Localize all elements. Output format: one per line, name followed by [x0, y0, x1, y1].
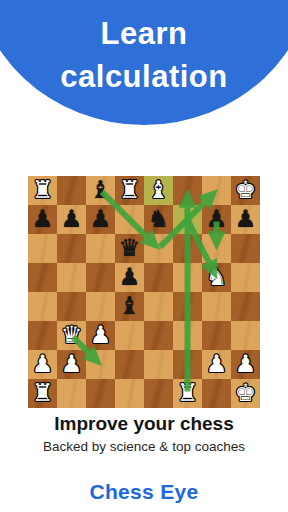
square-h7: ♟ [231, 205, 260, 234]
square-b4 [57, 292, 86, 321]
square-c4 [86, 292, 115, 321]
square-g3 [202, 321, 231, 350]
piece-bP-g7: ♟ [202, 205, 231, 234]
square-f3 [173, 321, 202, 350]
square-h2: ♟ [231, 350, 260, 379]
square-f1: ♜ [173, 379, 202, 408]
square-a7: ♟ [28, 205, 57, 234]
piece-wR-a1: ♜ [28, 379, 57, 408]
square-d1 [115, 379, 144, 408]
piece-wR-d8: ♜ [115, 176, 144, 205]
piece-bP-h7: ♟ [231, 205, 260, 234]
square-c1 [86, 379, 115, 408]
square-d3 [115, 321, 144, 350]
square-b8 [57, 176, 86, 205]
square-a6 [28, 234, 57, 263]
square-a3 [28, 321, 57, 350]
square-d5: ♟ [115, 263, 144, 292]
square-e4 [144, 292, 173, 321]
square-e5 [144, 263, 173, 292]
tagline-title: Improve your chess [0, 413, 288, 435]
square-g8 [202, 176, 231, 205]
square-h5 [231, 263, 260, 292]
square-a8: ♜ [28, 176, 57, 205]
square-a2: ♟ [28, 350, 57, 379]
square-a4 [28, 292, 57, 321]
square-e6 [144, 234, 173, 263]
square-f5 [173, 263, 202, 292]
square-b3: ♛ [57, 321, 86, 350]
square-e8: ♝ [144, 176, 173, 205]
hero-heading-line2: calculation [0, 55, 288, 98]
square-c3: ♟ [86, 321, 115, 350]
square-e1 [144, 379, 173, 408]
piece-bN-e7: ♞ [144, 205, 173, 234]
piece-wQ-b3: ♛ [57, 321, 86, 350]
square-c8: ♝ [86, 176, 115, 205]
square-c6 [86, 234, 115, 263]
piece-bP-b7: ♟ [57, 205, 86, 234]
square-f6 [173, 234, 202, 263]
piece-bP-c7: ♟ [86, 205, 115, 234]
piece-wN-g5: ♞ [202, 263, 231, 292]
chess-board: ♜♝♜♝♚♟♟♟♞♟♟♛♟♞♝♛♟♟♟♟♟♜♜♚ [28, 176, 260, 408]
square-d2 [115, 350, 144, 379]
square-b6 [57, 234, 86, 263]
piece-wP-b2: ♟ [57, 350, 86, 379]
square-e2 [144, 350, 173, 379]
square-f2 [173, 350, 202, 379]
piece-wK-h8: ♚ [231, 176, 260, 205]
brand-name: Chess Eye [0, 480, 288, 504]
square-h8: ♚ [231, 176, 260, 205]
square-h4 [231, 292, 260, 321]
square-d4: ♝ [115, 292, 144, 321]
square-a1: ♜ [28, 379, 57, 408]
square-h1: ♚ [231, 379, 260, 408]
square-h6 [231, 234, 260, 263]
piece-bP-a7: ♟ [28, 205, 57, 234]
piece-bP-d5: ♟ [115, 263, 144, 292]
square-d7 [115, 205, 144, 234]
square-g5: ♞ [202, 263, 231, 292]
tagline-subtitle: Backed by science & top coaches [0, 439, 288, 454]
square-g2: ♟ [202, 350, 231, 379]
square-h3 [231, 321, 260, 350]
square-a5 [28, 263, 57, 292]
piece-wK-h1: ♚ [231, 379, 260, 408]
square-b1 [57, 379, 86, 408]
square-f7 [173, 205, 202, 234]
square-e3 [144, 321, 173, 350]
piece-bB-d4: ♝ [115, 292, 144, 321]
piece-bB-c8: ♝ [86, 176, 115, 205]
square-b7: ♟ [57, 205, 86, 234]
piece-bQ-d6: ♛ [115, 234, 144, 263]
app-store-screenshot: Learn calculation ♜♝♜♝♚♟♟♟♞♟♟♛♟♞♝♛♟♟♟♟♟♜… [0, 0, 288, 512]
square-g1 [202, 379, 231, 408]
piece-wR-f1: ♜ [173, 379, 202, 408]
hero-heading: Learn calculation [0, 12, 288, 98]
hero-heading-line1: Learn [0, 12, 288, 55]
piece-wR-a8: ♜ [28, 176, 57, 205]
square-c7: ♟ [86, 205, 115, 234]
square-c5 [86, 263, 115, 292]
square-g6 [202, 234, 231, 263]
square-c2 [86, 350, 115, 379]
piece-wP-a2: ♟ [28, 350, 57, 379]
square-d8: ♜ [115, 176, 144, 205]
square-b5 [57, 263, 86, 292]
square-b2: ♟ [57, 350, 86, 379]
square-g7: ♟ [202, 205, 231, 234]
piece-wB-e8: ♝ [144, 176, 173, 205]
piece-wP-g2: ♟ [202, 350, 231, 379]
square-g4 [202, 292, 231, 321]
square-f4 [173, 292, 202, 321]
piece-wP-h2: ♟ [231, 350, 260, 379]
square-f8 [173, 176, 202, 205]
piece-wP-c3: ♟ [86, 321, 115, 350]
square-e7: ♞ [144, 205, 173, 234]
square-d6: ♛ [115, 234, 144, 263]
